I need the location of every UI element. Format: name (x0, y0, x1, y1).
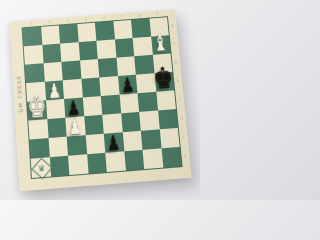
square-g6[interactable] (134, 55, 154, 75)
square-b8[interactable] (41, 25, 60, 45)
square-a8[interactable] (23, 27, 42, 47)
white-pawn-b5[interactable]: ♟ (43, 60, 64, 100)
square-d2[interactable] (85, 134, 105, 155)
rank-label-4: 4 (176, 97, 182, 102)
square-g8[interactable] (131, 19, 151, 38)
square-e8[interactable] (95, 21, 115, 40)
white-pawn-glyph: ♟ (68, 117, 82, 136)
square-a7[interactable] (24, 45, 43, 65)
square-e5[interactable] (99, 76, 119, 96)
file-label-a: a (30, 21, 33, 27)
file-label-g: g (138, 13, 141, 19)
rank-label-8: 8 (169, 23, 175, 28)
file-label-f: f (121, 14, 123, 20)
square-f2[interactable] (122, 131, 142, 152)
square-d8[interactable] (77, 23, 97, 42)
white-king-glyph: ♚ (26, 92, 47, 120)
file-label-c: c (66, 18, 69, 24)
rank-label-7: 7 (171, 41, 177, 46)
black-king-h5[interactable]: ♚ (152, 52, 174, 92)
white-pawn-glyph: ♟ (47, 82, 61, 101)
square-h3[interactable] (158, 109, 178, 129)
rank-label-5: 5 (174, 78, 180, 83)
square-a2[interactable] (30, 138, 50, 159)
photo-scene: GM CHESS abcdefgh 87654321 ♝♟♟♚♚♟♟♟ ♛ (0, 0, 200, 200)
square-e7[interactable] (96, 39, 116, 59)
file-label-e: e (103, 15, 106, 21)
square-d6[interactable] (80, 59, 100, 79)
square-d7[interactable] (78, 41, 98, 61)
square-d5[interactable] (81, 77, 101, 97)
rank-label-6: 6 (173, 60, 179, 65)
rank-label-1: 1 (182, 153, 189, 159)
square-d3[interactable] (84, 115, 104, 135)
board-brand-text: GM CHESS (15, 75, 23, 113)
black-pawn-f5[interactable]: ♟ (116, 54, 138, 94)
square-d1[interactable] (87, 153, 107, 174)
square-b1[interactable] (49, 156, 69, 177)
square-c8[interactable] (59, 24, 78, 44)
square-c7[interactable] (60, 42, 80, 62)
rank-label-2: 2 (180, 134, 187, 139)
square-d4[interactable] (82, 96, 102, 116)
crown-icon: ♛ (38, 164, 46, 173)
square-g3[interactable] (139, 110, 159, 130)
black-pawn-glyph: ♟ (107, 133, 121, 152)
file-label-b: b (48, 19, 51, 25)
square-f1[interactable] (124, 150, 144, 171)
square-h2[interactable] (159, 128, 179, 148)
square-f3[interactable] (121, 112, 141, 132)
square-g7[interactable] (133, 37, 153, 57)
square-b2[interactable] (48, 137, 68, 158)
square-g1[interactable] (142, 148, 162, 169)
square-c1[interactable] (68, 154, 88, 175)
square-f8[interactable] (113, 20, 133, 39)
square-g2[interactable] (141, 129, 161, 150)
board-grid: ♝♟♟♚♚♟♟♟ (23, 17, 182, 178)
square-b3[interactable] (47, 118, 67, 138)
black-pawn-e2[interactable]: ♟ (102, 111, 124, 152)
file-label-d: d (84, 17, 87, 23)
square-h1[interactable] (161, 147, 181, 168)
black-king-glyph: ♚ (153, 64, 175, 92)
white-pawn-c3[interactable]: ♟ (64, 96, 85, 137)
square-e6[interactable] (98, 58, 118, 78)
black-pawn-glyph: ♟ (120, 76, 134, 95)
chess-board: GM CHESS abcdefgh 87654321 ♝♟♟♚♚♟♟♟ ♛ (9, 9, 191, 191)
white-king-a4[interactable]: ♚ (26, 80, 47, 121)
white-bishop-h7[interactable]: ♝ (149, 15, 171, 55)
rank-label-3: 3 (178, 115, 184, 120)
